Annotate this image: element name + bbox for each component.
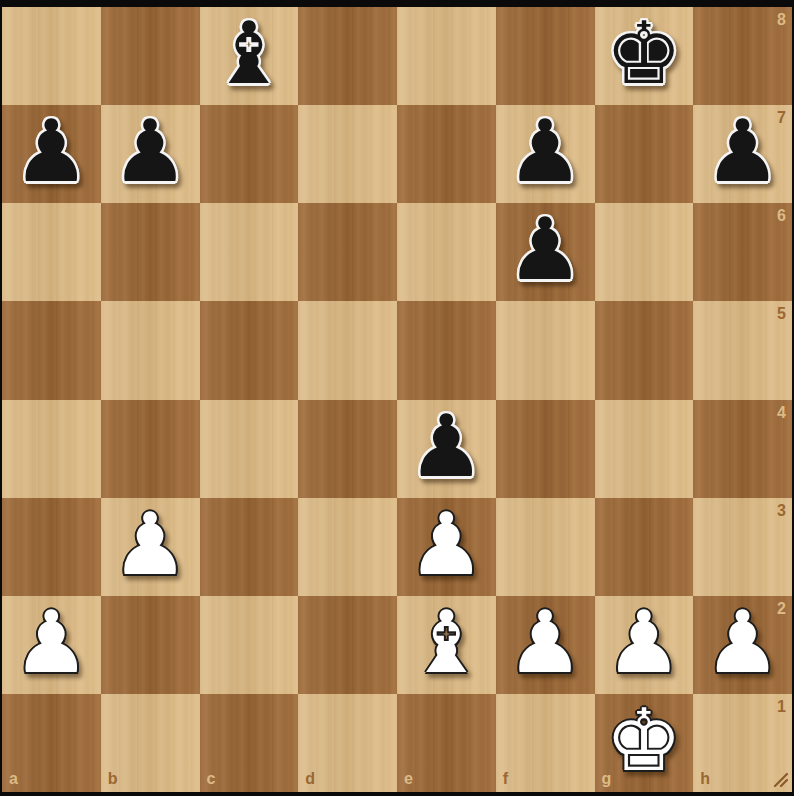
square-b3[interactable]: ♟	[101, 498, 200, 596]
black-pawn-e4[interactable]: ♟	[408, 403, 485, 489]
square-d4[interactable]	[298, 400, 397, 498]
square-a8[interactable]	[2, 7, 101, 105]
square-d5[interactable]	[298, 301, 397, 399]
rank-label-3: 3	[777, 503, 786, 519]
board-frame: ♝♚8♟♟♟7♟♟65♟4♟♟3♟♝♟♟2♟abcdefg♚1h	[0, 0, 794, 796]
square-g4[interactable]	[595, 400, 694, 498]
square-f3[interactable]	[496, 498, 595, 596]
file-label-e: e	[404, 771, 413, 787]
white-bishop-e2[interactable]: ♝	[408, 599, 485, 685]
black-pawn-f7[interactable]: ♟	[507, 108, 584, 194]
square-e2[interactable]: ♝	[397, 596, 496, 694]
page: { "game": "chess", "board_theme": "wood"…	[0, 0, 794, 796]
square-f8[interactable]	[496, 7, 595, 105]
square-h6[interactable]: 6	[693, 203, 792, 301]
square-a2[interactable]: ♟	[2, 596, 101, 694]
black-pawn-b7[interactable]: ♟	[112, 108, 189, 194]
square-f4[interactable]	[496, 400, 595, 498]
black-pawn-f6[interactable]: ♟	[507, 206, 584, 292]
square-c5[interactable]	[200, 301, 299, 399]
square-a6[interactable]	[2, 203, 101, 301]
file-label-h: h	[700, 771, 710, 787]
square-b6[interactable]	[101, 203, 200, 301]
square-d3[interactable]	[298, 498, 397, 596]
file-label-a: a	[9, 771, 18, 787]
square-c7[interactable]	[200, 105, 299, 203]
rank-label-6: 6	[777, 208, 786, 224]
square-d7[interactable]	[298, 105, 397, 203]
square-g3[interactable]	[595, 498, 694, 596]
square-e4[interactable]: ♟	[397, 400, 496, 498]
square-a1[interactable]: a	[2, 694, 101, 792]
square-d2[interactable]	[298, 596, 397, 694]
white-pawn-h2[interactable]: ♟	[704, 599, 781, 685]
rank-label-4: 4	[777, 405, 786, 421]
file-label-f: f	[503, 771, 508, 787]
square-g5[interactable]	[595, 301, 694, 399]
rank-label-8: 8	[777, 12, 786, 28]
square-c8[interactable]: ♝	[200, 7, 299, 105]
chess-board: ♝♚8♟♟♟7♟♟65♟4♟♟3♟♝♟♟2♟abcdefg♚1h	[2, 7, 792, 792]
square-b7[interactable]: ♟	[101, 105, 200, 203]
square-e6[interactable]	[397, 203, 496, 301]
square-e8[interactable]	[397, 7, 496, 105]
white-pawn-b3[interactable]: ♟	[112, 501, 189, 587]
square-f2[interactable]: ♟	[496, 596, 595, 694]
square-e5[interactable]	[397, 301, 496, 399]
black-pawn-h7[interactable]: ♟	[704, 108, 781, 194]
file-label-c: c	[207, 771, 216, 787]
white-pawn-f2[interactable]: ♟	[507, 599, 584, 685]
square-a5[interactable]	[2, 301, 101, 399]
black-king-g8[interactable]: ♚	[605, 10, 682, 96]
square-a4[interactable]	[2, 400, 101, 498]
white-pawn-g2[interactable]: ♟	[605, 599, 682, 685]
square-h5[interactable]: 5	[693, 301, 792, 399]
square-f1[interactable]: f	[496, 694, 595, 792]
square-b5[interactable]	[101, 301, 200, 399]
square-g2[interactable]: ♟	[595, 596, 694, 694]
square-h8[interactable]: 8	[693, 7, 792, 105]
square-b4[interactable]	[101, 400, 200, 498]
file-label-b: b	[108, 771, 118, 787]
square-g8[interactable]: ♚	[595, 7, 694, 105]
square-b1[interactable]: b	[101, 694, 200, 792]
square-f7[interactable]: ♟	[496, 105, 595, 203]
square-h7[interactable]: 7♟	[693, 105, 792, 203]
square-c6[interactable]	[200, 203, 299, 301]
square-e1[interactable]: e	[397, 694, 496, 792]
square-d8[interactable]	[298, 7, 397, 105]
square-f6[interactable]: ♟	[496, 203, 595, 301]
file-label-d: d	[305, 771, 315, 787]
square-c3[interactable]	[200, 498, 299, 596]
square-c2[interactable]	[200, 596, 299, 694]
white-pawn-e3[interactable]: ♟	[408, 501, 485, 587]
square-g6[interactable]	[595, 203, 694, 301]
square-d1[interactable]: d	[298, 694, 397, 792]
board-resize-handle[interactable]	[772, 771, 788, 787]
black-bishop-c8[interactable]: ♝	[210, 10, 287, 96]
square-b2[interactable]	[101, 596, 200, 694]
rank-label-1: 1	[777, 699, 786, 715]
square-g7[interactable]	[595, 105, 694, 203]
square-d6[interactable]	[298, 203, 397, 301]
square-h3[interactable]: 3	[693, 498, 792, 596]
square-h4[interactable]: 4	[693, 400, 792, 498]
square-a7[interactable]: ♟	[2, 105, 101, 203]
black-pawn-a7[interactable]: ♟	[13, 108, 90, 194]
square-g1[interactable]: g♚	[595, 694, 694, 792]
white-pawn-a2[interactable]: ♟	[13, 599, 90, 685]
square-a3[interactable]	[2, 498, 101, 596]
square-e7[interactable]	[397, 105, 496, 203]
resize-grip-icon	[772, 771, 788, 787]
square-h2[interactable]: 2♟	[693, 596, 792, 694]
white-king-g1[interactable]: ♚	[605, 697, 682, 783]
square-e3[interactable]: ♟	[397, 498, 496, 596]
rank-label-5: 5	[777, 306, 786, 322]
square-b8[interactable]	[101, 7, 200, 105]
square-c4[interactable]	[200, 400, 299, 498]
square-f5[interactable]	[496, 301, 595, 399]
square-c1[interactable]: c	[200, 694, 299, 792]
